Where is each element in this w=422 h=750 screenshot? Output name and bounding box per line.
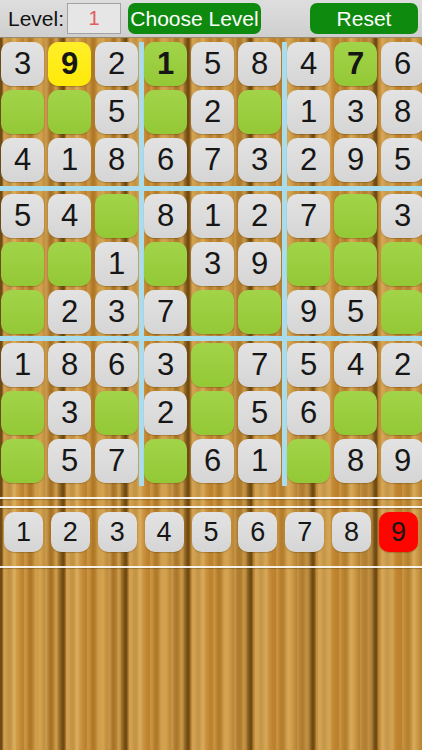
cell-r4c3[interactable] [95,194,138,238]
picker-number-5[interactable]: 5 [192,512,231,552]
cell-r7c8[interactable]: 4 [334,343,377,387]
divider-line [0,497,422,499]
cell-r6c6[interactable] [238,290,281,334]
cell-r8c6[interactable]: 5 [238,391,281,435]
cell-r1c1[interactable]: 3 [1,42,44,86]
picker-number-9[interactable]: 9 [379,512,418,552]
cell-r9c4[interactable] [144,439,187,483]
picker-number-7[interactable]: 7 [285,512,324,552]
picker-number-8[interactable]: 8 [332,512,371,552]
cell-r5c4[interactable] [144,242,187,286]
cell-r9c5[interactable]: 6 [191,439,234,483]
cell-r5c6[interactable]: 9 [238,242,281,286]
cell-r1c6[interactable]: 8 [238,42,281,86]
cell-r8c3[interactable] [95,391,138,435]
cell-r1c3[interactable]: 2 [95,42,138,86]
cell-r1c5[interactable]: 5 [191,42,234,86]
cell-r9c3[interactable]: 7 [95,439,138,483]
cell-r8c8[interactable] [334,391,377,435]
reset-button[interactable]: Reset [310,3,418,34]
choose-level-button[interactable]: Choose Level [128,3,261,34]
cell-r4c2[interactable]: 4 [48,194,91,238]
cell-r2c3[interactable]: 5 [95,90,138,134]
cell-r9c8[interactable]: 8 [334,439,377,483]
cell-r7c4[interactable]: 3 [144,343,187,387]
cell-r3c1[interactable]: 4 [1,138,44,182]
cell-r6c4[interactable]: 7 [144,290,187,334]
cell-r3c2[interactable]: 1 [48,138,91,182]
cell-r2c4[interactable] [144,90,187,134]
level-value: 1 [88,7,99,29]
cell-r3c3[interactable]: 8 [95,138,138,182]
cell-r5c8[interactable] [334,242,377,286]
level-value-box: 1 [67,3,121,34]
cell-r2c9[interactable]: 8 [381,90,422,134]
cell-r9c2[interactable]: 5 [48,439,91,483]
cell-r3c7[interactable]: 2 [287,138,330,182]
cell-r3c4[interactable]: 6 [144,138,187,182]
cell-r3c5[interactable]: 7 [191,138,234,182]
cell-r7c7[interactable]: 5 [287,343,330,387]
cell-r8c4[interactable]: 2 [144,391,187,435]
cell-r5c5[interactable]: 3 [191,242,234,286]
cell-r2c2[interactable] [48,90,91,134]
cell-r5c1[interactable] [1,242,44,286]
cell-r2c7[interactable]: 1 [287,90,330,134]
divider-line [0,506,422,508]
cell-r8c1[interactable] [1,391,44,435]
cell-r7c5[interactable] [191,343,234,387]
cell-r3c6[interactable]: 3 [238,138,281,182]
picker-number-3[interactable]: 3 [98,512,137,552]
cell-r1c8[interactable]: 7 [334,42,377,86]
cell-r9c1[interactable] [1,439,44,483]
cell-r3c9[interactable]: 5 [381,138,422,182]
cell-r6c5[interactable] [191,290,234,334]
cell-r1c7[interactable]: 4 [287,42,330,86]
number-picker: 123456789 [0,512,422,552]
cell-r6c2[interactable]: 2 [48,290,91,334]
cell-r2c5[interactable]: 2 [191,90,234,134]
cell-r2c1[interactable] [1,90,44,134]
cell-r4c4[interactable]: 8 [144,194,187,238]
cell-r2c6[interactable] [238,90,281,134]
picker-number-1[interactable]: 1 [4,512,43,552]
sudoku-app: Level: 1 Choose Level Reset 392158476521… [0,0,422,750]
cell-r4c8[interactable] [334,194,377,238]
cell-r7c2[interactable]: 8 [48,343,91,387]
cell-r4c1[interactable]: 5 [1,194,44,238]
picker-number-6[interactable]: 6 [238,512,277,552]
cell-r4c7[interactable]: 7 [287,194,330,238]
cell-r6c1[interactable] [1,290,44,334]
cell-r8c5[interactable] [191,391,234,435]
cell-r6c3[interactable]: 3 [95,290,138,334]
sudoku-board: 3921584765213841867329554812731392379518… [0,42,422,487]
cell-r7c3[interactable]: 6 [95,343,138,387]
cell-r9c6[interactable]: 1 [238,439,281,483]
cell-r5c7[interactable] [287,242,330,286]
cell-r9c9[interactable]: 9 [381,439,422,483]
box-separator-horizontal-1 [0,186,422,191]
cell-r9c7[interactable] [287,439,330,483]
cell-r2c8[interactable]: 3 [334,90,377,134]
toolbar: Level: 1 Choose Level Reset [0,0,422,38]
cell-r5c9[interactable] [381,242,422,286]
cell-r8c7[interactable]: 6 [287,391,330,435]
cell-r8c2[interactable]: 3 [48,391,91,435]
level-label: Level: [8,0,64,37]
cell-r7c1[interactable]: 1 [1,343,44,387]
cell-r8c9[interactable] [381,391,422,435]
cell-r7c9[interactable]: 2 [381,343,422,387]
cell-r5c3[interactable]: 1 [95,242,138,286]
cell-r3c8[interactable]: 9 [334,138,377,182]
cell-r1c2[interactable]: 9 [48,42,91,86]
cell-r5c2[interactable] [48,242,91,286]
divider-line [0,566,422,568]
cell-r6c7[interactable]: 9 [287,290,330,334]
cell-r1c4[interactable]: 1 [144,42,187,86]
cell-r6c8[interactable]: 5 [334,290,377,334]
cell-r1c9[interactable]: 6 [381,42,422,86]
picker-number-2[interactable]: 2 [51,512,90,552]
cell-r7c6[interactable]: 7 [238,343,281,387]
picker-number-4[interactable]: 4 [145,512,184,552]
cell-r4c9[interactable]: 3 [381,194,422,238]
cell-r4c5[interactable]: 1 [191,194,234,238]
cell-r6c9[interactable] [381,290,422,334]
cell-r4c6[interactable]: 2 [238,194,281,238]
box-separator-horizontal-2 [0,336,422,341]
